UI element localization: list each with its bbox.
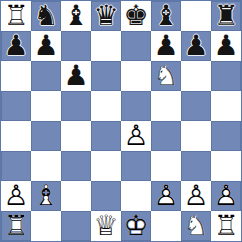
square-h1[interactable]: ♜♖ bbox=[211, 211, 241, 241]
square-a8[interactable]: ♜♖ bbox=[1, 1, 31, 31]
piece-black-rook[interactable]: ♜ bbox=[211, 1, 241, 31]
piece-white-knight[interactable]: ♞♘ bbox=[151, 61, 181, 91]
square-f7[interactable]: ♟ bbox=[151, 31, 181, 61]
piece-glyph: ♝ bbox=[151, 1, 181, 31]
piece-white-pawn[interactable]: ♟♙ bbox=[181, 181, 211, 211]
piece-white-pawn[interactable]: ♟♙ bbox=[151, 181, 181, 211]
piece-black-knight[interactable]: ♞ bbox=[31, 1, 61, 31]
piece-glyph: ♝ bbox=[61, 1, 91, 31]
square-g8[interactable] bbox=[181, 1, 211, 31]
square-g1[interactable]: ♞♘ bbox=[181, 211, 211, 241]
square-a6[interactable] bbox=[1, 61, 31, 91]
square-g7[interactable]: ♟ bbox=[181, 31, 211, 61]
piece-glyph: ♟ bbox=[211, 31, 241, 61]
piece-glyph: ♛ bbox=[91, 1, 121, 31]
piece-glyph-outline: ♖ bbox=[1, 211, 31, 241]
square-a3[interactable] bbox=[1, 151, 31, 181]
piece-black-bishop[interactable]: ♝ bbox=[151, 1, 181, 31]
square-h2[interactable]: ♟♙ bbox=[211, 181, 241, 211]
square-a5[interactable] bbox=[1, 91, 31, 121]
square-h8[interactable]: ♜ bbox=[211, 1, 241, 31]
square-e2[interactable] bbox=[121, 181, 151, 211]
piece-glyph: ♜ bbox=[211, 1, 241, 31]
square-b7[interactable]: ♟ bbox=[31, 31, 61, 61]
piece-glyph-outline: ♙ bbox=[181, 181, 211, 211]
piece-glyph-outline: ♕ bbox=[91, 211, 121, 241]
square-e5[interactable] bbox=[121, 91, 151, 121]
piece-glyph-outline: ♘ bbox=[181, 211, 211, 241]
square-b4[interactable] bbox=[31, 121, 61, 151]
square-e1[interactable]: ♚♔ bbox=[121, 211, 151, 241]
square-h3[interactable] bbox=[211, 151, 241, 181]
square-b5[interactable] bbox=[31, 91, 61, 121]
square-f4[interactable] bbox=[151, 121, 181, 151]
square-f8[interactable]: ♝ bbox=[151, 1, 181, 31]
piece-glyph-outline: ♗ bbox=[31, 181, 61, 211]
square-c4[interactable] bbox=[61, 121, 91, 151]
square-d7[interactable] bbox=[91, 31, 121, 61]
square-c1[interactable] bbox=[61, 211, 91, 241]
square-d1[interactable]: ♛♕ bbox=[91, 211, 121, 241]
square-c6[interactable]: ♟ bbox=[61, 61, 91, 91]
square-b8[interactable]: ♞ bbox=[31, 1, 61, 31]
piece-white-pawn[interactable]: ♟♙ bbox=[1, 181, 31, 211]
piece-glyph-outline: ♙ bbox=[121, 121, 151, 151]
piece-glyph-outline: ♔ bbox=[121, 211, 151, 241]
piece-glyph: ♟ bbox=[61, 61, 91, 91]
square-h4[interactable] bbox=[211, 121, 241, 151]
square-g2[interactable]: ♟♙ bbox=[181, 181, 211, 211]
square-f2[interactable]: ♟♙ bbox=[151, 181, 181, 211]
piece-glyph-outline: ♙ bbox=[151, 181, 181, 211]
piece-glyph: ♟ bbox=[181, 31, 211, 61]
square-d2[interactable] bbox=[91, 181, 121, 211]
square-g6[interactable] bbox=[181, 61, 211, 91]
piece-white-rook[interactable]: ♜♖ bbox=[211, 211, 241, 241]
piece-black-queen[interactable]: ♛ bbox=[91, 1, 121, 31]
square-e3[interactable] bbox=[121, 151, 151, 181]
square-b3[interactable] bbox=[31, 151, 61, 181]
square-a1[interactable]: ♜♖ bbox=[1, 211, 31, 241]
piece-glyph-outline: ♖ bbox=[211, 211, 241, 241]
piece-white-pawn[interactable]: ♟♙ bbox=[211, 181, 241, 211]
piece-white-queen[interactable]: ♛♕ bbox=[91, 211, 121, 241]
piece-glyph-outline: ♘ bbox=[151, 61, 181, 91]
piece-black-pawn[interactable]: ♟ bbox=[211, 31, 241, 61]
square-d3[interactable] bbox=[91, 151, 121, 181]
square-g5[interactable] bbox=[181, 91, 211, 121]
piece-white-knight[interactable]: ♞♘ bbox=[181, 211, 211, 241]
square-a7[interactable]: ♟ bbox=[1, 31, 31, 61]
chess-board: ♜♖♞♝♛♚♝♜♟♟♟♟♟♟♞♘♟♙♟♙♝♗♟♙♟♙♟♙♜♖♛♕♚♔♞♘♜♖ bbox=[0, 0, 242, 242]
piece-black-pawn[interactable]: ♟ bbox=[151, 31, 181, 61]
square-a2[interactable]: ♟♙ bbox=[1, 181, 31, 211]
square-h6[interactable] bbox=[211, 61, 241, 91]
piece-glyph: ♟ bbox=[1, 31, 31, 61]
square-d5[interactable] bbox=[91, 91, 121, 121]
piece-black-pawn[interactable]: ♟ bbox=[61, 61, 91, 91]
square-f6[interactable]: ♞♘ bbox=[151, 61, 181, 91]
piece-glyph: ♚ bbox=[121, 1, 151, 31]
piece-glyph-outline: ♙ bbox=[211, 181, 241, 211]
square-d6[interactable] bbox=[91, 61, 121, 91]
piece-white-pawn[interactable]: ♟♙ bbox=[121, 121, 151, 151]
piece-glyph: ♟ bbox=[151, 31, 181, 61]
piece-glyph: ♞ bbox=[31, 1, 61, 31]
square-b1[interactable] bbox=[31, 211, 61, 241]
piece-white-rook[interactable]: ♜♖ bbox=[1, 211, 31, 241]
square-f1[interactable] bbox=[151, 211, 181, 241]
piece-glyph: ♟ bbox=[31, 31, 61, 61]
square-c2[interactable] bbox=[61, 181, 91, 211]
piece-glyph-outline: ♙ bbox=[1, 181, 31, 211]
square-f3[interactable] bbox=[151, 151, 181, 181]
square-g3[interactable] bbox=[181, 151, 211, 181]
piece-black-pawn[interactable]: ♟ bbox=[31, 31, 61, 61]
square-d8[interactable]: ♛ bbox=[91, 1, 121, 31]
piece-black-bishop[interactable]: ♝ bbox=[61, 1, 91, 31]
piece-black-king[interactable]: ♚ bbox=[121, 1, 151, 31]
piece-white-rook[interactable]: ♜♖ bbox=[1, 1, 31, 31]
square-d4[interactable] bbox=[91, 121, 121, 151]
square-e8[interactable]: ♚ bbox=[121, 1, 151, 31]
square-e7[interactable] bbox=[121, 31, 151, 61]
square-h5[interactable] bbox=[211, 91, 241, 121]
piece-glyph-outline: ♖ bbox=[1, 1, 31, 31]
square-e6[interactable] bbox=[121, 61, 151, 91]
square-e4[interactable]: ♟♙ bbox=[121, 121, 151, 151]
piece-black-pawn[interactable]: ♟ bbox=[1, 31, 31, 61]
piece-white-king[interactable]: ♚♔ bbox=[121, 211, 151, 241]
square-g4[interactable] bbox=[181, 121, 211, 151]
square-c8[interactable]: ♝ bbox=[61, 1, 91, 31]
square-b6[interactable] bbox=[31, 61, 61, 91]
piece-black-pawn[interactable]: ♟ bbox=[181, 31, 211, 61]
square-b2[interactable]: ♝♗ bbox=[31, 181, 61, 211]
square-f5[interactable] bbox=[151, 91, 181, 121]
square-h7[interactable]: ♟ bbox=[211, 31, 241, 61]
piece-white-bishop[interactable]: ♝♗ bbox=[31, 181, 61, 211]
square-c5[interactable] bbox=[61, 91, 91, 121]
square-a4[interactable] bbox=[1, 121, 31, 151]
square-c7[interactable] bbox=[61, 31, 91, 61]
square-c3[interactable] bbox=[61, 151, 91, 181]
